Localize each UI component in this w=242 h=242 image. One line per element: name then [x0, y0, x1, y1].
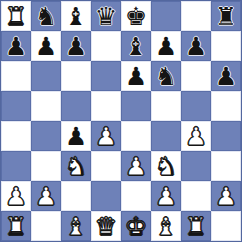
black-pawn[interactable]: ♟: [215, 64, 237, 89]
black-king[interactable]: ♚: [125, 4, 147, 29]
square-c5[interactable]: [61, 91, 91, 121]
square-g7[interactable]: ♟: [181, 31, 211, 61]
square-e5[interactable]: [121, 91, 151, 121]
square-f1[interactable]: ♝: [151, 211, 181, 241]
black-knight[interactable]: ♞: [35, 4, 57, 29]
square-e6[interactable]: ♟: [121, 61, 151, 91]
white-pawn[interactable]: ♟: [5, 184, 27, 209]
square-f6[interactable]: ♞: [151, 61, 181, 91]
square-d2[interactable]: [91, 181, 121, 211]
square-e4[interactable]: [121, 121, 151, 151]
square-e7[interactable]: ♝: [121, 31, 151, 61]
white-pawn[interactable]: ♟: [95, 124, 117, 149]
square-h8[interactable]: ♜: [211, 1, 241, 31]
black-bishop[interactable]: ♝: [65, 4, 87, 29]
square-c7[interactable]: ♟: [61, 31, 91, 61]
square-b7[interactable]: ♟: [31, 31, 61, 61]
square-c2[interactable]: [61, 181, 91, 211]
square-a8[interactable]: ♜: [1, 1, 31, 31]
square-g6[interactable]: [181, 61, 211, 91]
white-bishop[interactable]: ♝: [155, 214, 177, 239]
square-d5[interactable]: [91, 91, 121, 121]
square-h3[interactable]: [211, 151, 241, 181]
square-e8[interactable]: ♚: [121, 1, 151, 31]
white-pawn[interactable]: ♟: [125, 154, 147, 179]
square-b2[interactable]: ♟: [31, 181, 61, 211]
square-d8[interactable]: ♛: [91, 1, 121, 31]
white-rook[interactable]: ♜: [185, 214, 207, 239]
square-d6[interactable]: [91, 61, 121, 91]
black-pawn[interactable]: ♟: [65, 124, 87, 149]
black-knight[interactable]: ♞: [155, 64, 177, 89]
square-h1[interactable]: [211, 211, 241, 241]
square-c6[interactable]: [61, 61, 91, 91]
black-pawn[interactable]: ♟: [155, 34, 177, 59]
square-g4[interactable]: ♟: [181, 121, 211, 151]
black-pawn[interactable]: ♟: [5, 34, 27, 59]
square-f3[interactable]: ♞: [151, 151, 181, 181]
white-king[interactable]: ♚: [125, 214, 147, 239]
square-h2[interactable]: ♟: [211, 181, 241, 211]
square-e2[interactable]: [121, 181, 151, 211]
square-c3[interactable]: ♞: [61, 151, 91, 181]
black-rook[interactable]: ♜: [215, 4, 237, 29]
square-b6[interactable]: [31, 61, 61, 91]
black-queen[interactable]: ♛: [95, 4, 117, 29]
square-h4[interactable]: [211, 121, 241, 151]
square-a7[interactable]: ♟: [1, 31, 31, 61]
square-a6[interactable]: [1, 61, 31, 91]
square-h5[interactable]: [211, 91, 241, 121]
white-pawn[interactable]: ♟: [215, 184, 237, 209]
square-b3[interactable]: [31, 151, 61, 181]
square-f5[interactable]: [151, 91, 181, 121]
square-c1[interactable]: ♝: [61, 211, 91, 241]
square-a4[interactable]: [1, 121, 31, 151]
square-d3[interactable]: [91, 151, 121, 181]
square-a5[interactable]: [1, 91, 31, 121]
square-e1[interactable]: ♚: [121, 211, 151, 241]
black-pawn[interactable]: ♟: [125, 64, 147, 89]
square-d4[interactable]: ♟: [91, 121, 121, 151]
chess-board: ♜♞♝♛♚♜♟♟♟♝♟♟♟♞♟♟♟♟♞♟♞♟♟♟♟♜♝♛♚♝♜: [0, 0, 242, 242]
square-a3[interactable]: [1, 151, 31, 181]
square-c8[interactable]: ♝: [61, 1, 91, 31]
square-c4[interactable]: ♟: [61, 121, 91, 151]
white-bishop[interactable]: ♝: [65, 214, 87, 239]
white-rook[interactable]: ♜: [5, 4, 27, 29]
square-e3[interactable]: ♟: [121, 151, 151, 181]
square-b5[interactable]: [31, 91, 61, 121]
white-knight[interactable]: ♞: [155, 154, 177, 179]
square-b4[interactable]: [31, 121, 61, 151]
white-pawn[interactable]: ♟: [35, 184, 57, 209]
square-g2[interactable]: [181, 181, 211, 211]
black-pawn[interactable]: ♟: [35, 34, 57, 59]
square-g3[interactable]: [181, 151, 211, 181]
square-h6[interactable]: ♟: [211, 61, 241, 91]
black-pawn[interactable]: ♟: [65, 34, 87, 59]
black-pawn[interactable]: ♟: [185, 34, 207, 59]
square-b8[interactable]: ♞: [31, 1, 61, 31]
square-a2[interactable]: ♟: [1, 181, 31, 211]
square-f7[interactable]: ♟: [151, 31, 181, 61]
white-pawn[interactable]: ♟: [155, 184, 177, 209]
white-pawn[interactable]: ♟: [185, 124, 207, 149]
square-f2[interactable]: ♟: [151, 181, 181, 211]
white-queen[interactable]: ♛: [95, 214, 117, 239]
square-b1[interactable]: [31, 211, 61, 241]
square-g1[interactable]: ♜: [181, 211, 211, 241]
square-d7[interactable]: [91, 31, 121, 61]
square-g8[interactable]: [181, 1, 211, 31]
square-f8[interactable]: [151, 1, 181, 31]
square-d1[interactable]: ♛: [91, 211, 121, 241]
black-bishop[interactable]: ♝: [125, 34, 147, 59]
square-f4[interactable]: [151, 121, 181, 151]
square-a1[interactable]: ♜: [1, 211, 31, 241]
white-rook[interactable]: ♜: [5, 214, 27, 239]
white-knight[interactable]: ♞: [65, 154, 87, 179]
square-h7[interactable]: [211, 31, 241, 61]
square-g5[interactable]: [181, 91, 211, 121]
